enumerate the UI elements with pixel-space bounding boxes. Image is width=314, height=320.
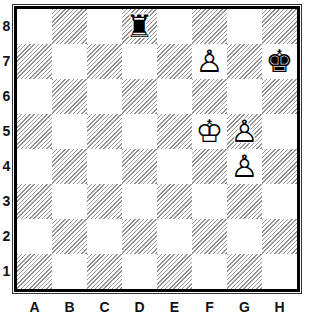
piece-black-king-h7: ♚♚ [262, 44, 297, 79]
square-a5 [17, 114, 52, 149]
square-b4 [52, 149, 87, 184]
square-e1 [157, 254, 192, 289]
rank-label-4: 4 [0, 149, 13, 184]
square-c6 [87, 79, 122, 114]
rank-label-7: 7 [0, 44, 13, 79]
square-d7 [122, 44, 157, 79]
black-king-glyph: ♚ [266, 44, 294, 79]
rank-label-1: 1 [0, 254, 13, 289]
square-h2 [262, 219, 297, 254]
square-d6 [122, 79, 157, 114]
chess-board: ♜♜♟♙♚♚♚♔♟♙♟♙ [14, 6, 300, 292]
square-a8 [17, 9, 52, 44]
piece-white-pawn-g5: ♟♙ [227, 114, 262, 149]
square-b7 [52, 44, 87, 79]
square-c8 [87, 9, 122, 44]
black-rook-glyph: ♜ [126, 9, 154, 44]
square-g6 [227, 79, 262, 114]
square-h5 [262, 114, 297, 149]
rank-label-8: 8 [0, 9, 13, 44]
white-king-glyph: ♔ [196, 114, 224, 149]
file-label-h: H [262, 296, 297, 318]
piece-black-rook-d8: ♜♜ [122, 9, 157, 44]
square-f8 [192, 9, 227, 44]
square-c4 [87, 149, 122, 184]
square-e2 [157, 219, 192, 254]
square-c7 [87, 44, 122, 79]
square-h7: ♚♚ [262, 44, 297, 79]
square-a1 [17, 254, 52, 289]
square-c5 [87, 114, 122, 149]
file-label-b: B [52, 296, 87, 318]
square-f2 [192, 219, 227, 254]
white-pawn-glyph: ♙ [231, 114, 259, 149]
square-h8 [262, 9, 297, 44]
white-pawn-glyph: ♙ [196, 44, 224, 79]
square-b6 [52, 79, 87, 114]
square-b3 [52, 184, 87, 219]
square-c1 [87, 254, 122, 289]
file-label-d: D [122, 296, 157, 318]
square-a2 [17, 219, 52, 254]
square-f5: ♚♔ [192, 114, 227, 149]
square-g2 [227, 219, 262, 254]
square-f7: ♟♙ [192, 44, 227, 79]
rank-label-6: 6 [0, 79, 13, 114]
file-label-e: E [157, 296, 192, 318]
square-b8 [52, 9, 87, 44]
square-h6 [262, 79, 297, 114]
rank-labels: 8 7 6 5 4 3 2 1 [0, 9, 13, 289]
square-g4: ♟♙ [227, 149, 262, 184]
rank-label-2: 2 [0, 219, 13, 254]
square-f3 [192, 184, 227, 219]
square-c2 [87, 219, 122, 254]
file-labels: A B C D E F G H [17, 296, 297, 318]
square-a4 [17, 149, 52, 184]
square-g1 [227, 254, 262, 289]
square-e4 [157, 149, 192, 184]
square-e5 [157, 114, 192, 149]
square-d2 [122, 219, 157, 254]
square-a3 [17, 184, 52, 219]
square-d5 [122, 114, 157, 149]
file-label-c: C [87, 296, 122, 318]
square-a7 [17, 44, 52, 79]
square-g5: ♟♙ [227, 114, 262, 149]
square-b2 [52, 219, 87, 254]
chess-diagram: 8 7 6 5 4 3 2 1 ♜♜♟♙♚♚♚♔♟♙♟♙ A B C D E F… [0, 0, 314, 320]
square-h1 [262, 254, 297, 289]
square-c3 [87, 184, 122, 219]
file-label-a: A [17, 296, 52, 318]
square-f4 [192, 149, 227, 184]
square-e6 [157, 79, 192, 114]
square-g7 [227, 44, 262, 79]
square-g8 [227, 9, 262, 44]
file-label-f: F [192, 296, 227, 318]
square-e8 [157, 9, 192, 44]
square-f6 [192, 79, 227, 114]
square-b1 [52, 254, 87, 289]
piece-white-pawn-f7: ♟♙ [192, 44, 227, 79]
rank-label-3: 3 [0, 184, 13, 219]
square-f1 [192, 254, 227, 289]
rank-label-5: 5 [0, 114, 13, 149]
square-d8: ♜♜ [122, 9, 157, 44]
square-e7 [157, 44, 192, 79]
piece-white-pawn-g4: ♟♙ [227, 149, 262, 184]
square-a6 [17, 79, 52, 114]
file-label-g: G [227, 296, 262, 318]
square-h4 [262, 149, 297, 184]
square-d3 [122, 184, 157, 219]
white-pawn-glyph: ♙ [231, 149, 259, 184]
piece-white-king-f5: ♚♔ [192, 114, 227, 149]
square-e3 [157, 184, 192, 219]
square-h3 [262, 184, 297, 219]
square-d4 [122, 149, 157, 184]
square-d1 [122, 254, 157, 289]
square-b5 [52, 114, 87, 149]
square-g3 [227, 184, 262, 219]
